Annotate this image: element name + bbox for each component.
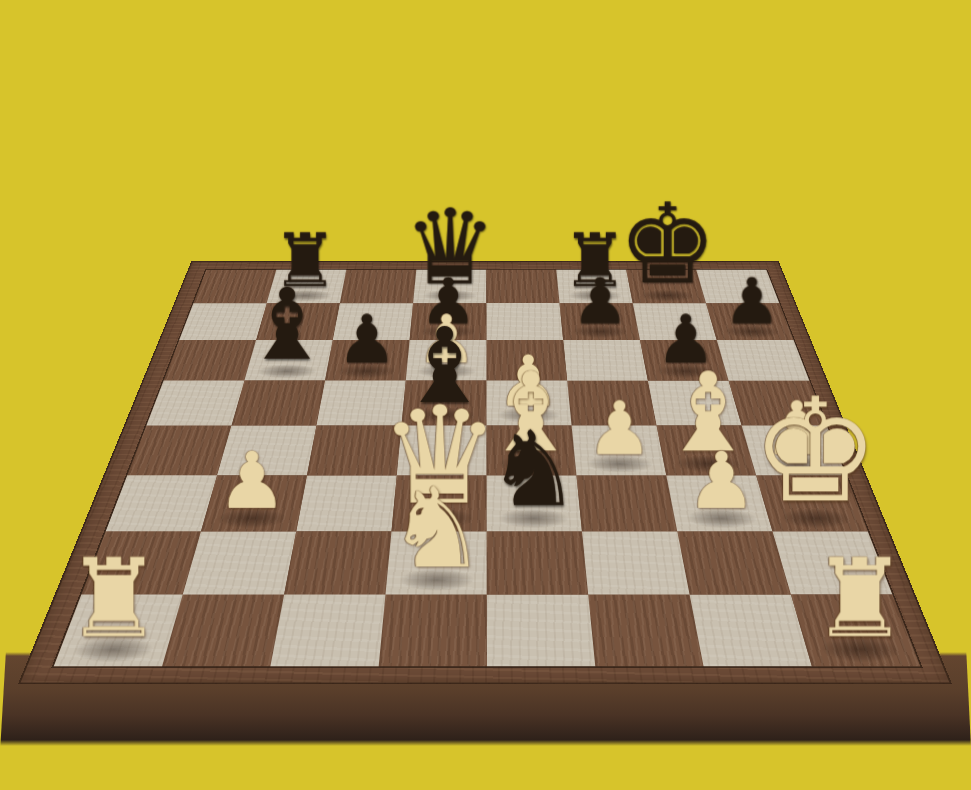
square-b3[interactable]: ♟: [201, 475, 307, 531]
square-b5[interactable]: [231, 381, 325, 426]
piece-white-knight[interactable]: ♞: [387, 477, 486, 579]
square-f4[interactable]: ♟: [572, 425, 667, 475]
piece-black-pawn[interactable]: ♟: [572, 273, 629, 331]
square-f3[interactable]: [576, 475, 677, 531]
square-e2[interactable]: [487, 531, 588, 594]
board-squares: ♜♛♜♚♟♟♟♝♟♟♟♝♟♝♟♝♟♟♛♞♟♚♞♜♜: [51, 269, 922, 668]
square-f7[interactable]: ♟: [560, 303, 640, 340]
square-d1[interactable]: [379, 595, 487, 667]
chess-board: ♜♛♜♚♟♟♟♝♟♟♟♝♟♝♟♝♟♟♛♞♟♚♞♜♜: [18, 261, 952, 684]
piece-white-pawn[interactable]: ♟: [686, 445, 756, 517]
square-e1[interactable]: [487, 595, 595, 667]
square-a5[interactable]: [146, 381, 244, 426]
square-c1[interactable]: [270, 595, 385, 667]
square-h7[interactable]: ♟: [706, 303, 794, 340]
piece-black-pawn[interactable]: ♟: [337, 309, 397, 370]
square-a3[interactable]: [106, 475, 217, 531]
piece-white-king[interactable]: ♚: [751, 386, 880, 518]
square-a1[interactable]: ♜: [54, 595, 183, 667]
square-f2[interactable]: [582, 531, 690, 594]
piece-white-rook[interactable]: ♜: [65, 549, 162, 649]
square-h3[interactable]: ♚: [756, 475, 868, 531]
piece-black-pawn[interactable]: ♟: [724, 273, 781, 331]
square-b6[interactable]: ♝: [244, 340, 332, 381]
square-b2[interactable]: [183, 531, 296, 594]
piece-white-pawn[interactable]: ♟: [586, 395, 652, 463]
square-b1[interactable]: [162, 595, 284, 667]
chess-app-screen: ♜♛♜♚♟♟♟♝♟♟♟♝♟♝♟♝♟♟♛♞♟♚♞♜♜: [0, 0, 971, 790]
piece-black-bishop[interactable]: ♝: [243, 280, 331, 371]
square-g3[interactable]: ♟: [666, 475, 772, 531]
piece-white-pawn[interactable]: ♟: [217, 445, 287, 517]
square-e8[interactable]: [486, 270, 559, 304]
square-g8[interactable]: ♚: [626, 270, 706, 304]
square-c6[interactable]: ♟: [325, 340, 410, 381]
square-d2[interactable]: ♞: [385, 531, 486, 594]
square-e7[interactable]: [486, 303, 563, 340]
square-h1[interactable]: ♜: [791, 595, 920, 667]
piece-black-king[interactable]: ♚: [618, 193, 717, 295]
piece-white-rook[interactable]: ♜: [811, 549, 908, 649]
square-e3[interactable]: ♞: [487, 475, 582, 531]
square-g2[interactable]: [677, 531, 791, 594]
square-c2[interactable]: [284, 531, 391, 594]
square-f1[interactable]: [588, 595, 703, 667]
piece-black-knight[interactable]: ♞: [487, 422, 580, 518]
